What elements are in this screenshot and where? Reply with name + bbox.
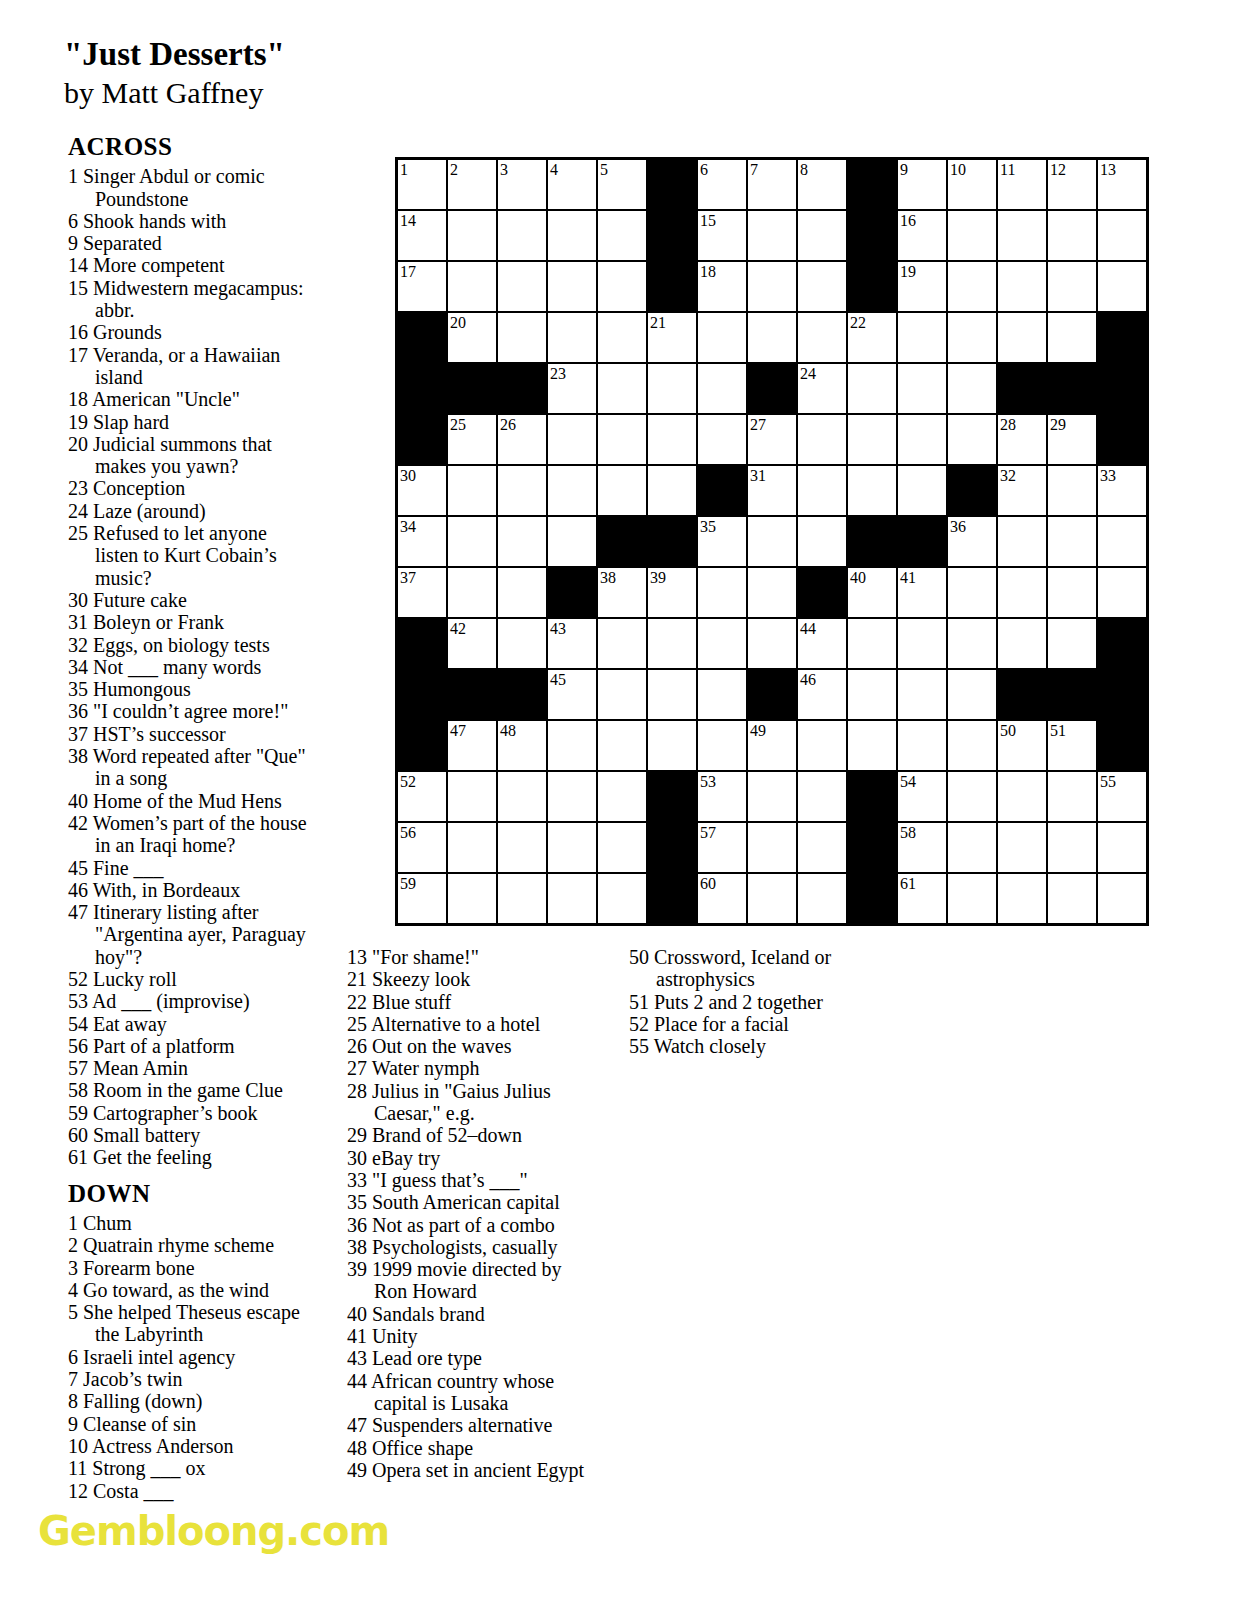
cell-number: 22 xyxy=(850,314,866,331)
clue-number: 58 xyxy=(68,1079,88,1101)
clue-text: Women’s part of the house in an Iraqi ho… xyxy=(93,812,307,856)
clue-40: 40 Sandals brand xyxy=(347,1303,589,1325)
white-cell-r14c11: 58 xyxy=(898,823,946,872)
clue-26: 26 Out on the waves xyxy=(347,1035,589,1057)
clue-text: Watch closely xyxy=(654,1035,766,1057)
cell-number: 48 xyxy=(500,722,516,739)
watermark: Gembloong.com xyxy=(38,1508,389,1554)
clue-number: 26 xyxy=(347,1035,367,1057)
cell-number: 42 xyxy=(450,620,466,637)
clue-number: 38 xyxy=(68,745,88,767)
white-cell-r6c3: 26 xyxy=(498,415,546,464)
black-cell-r15c10 xyxy=(848,874,896,923)
clue-text: Laze (around) xyxy=(93,500,206,522)
cell-number: 28 xyxy=(1000,416,1016,433)
clue-34: 34 Not ___ many words xyxy=(68,656,310,678)
white-cell-r6c6 xyxy=(648,415,696,464)
white-cell-r13c1: 52 xyxy=(398,772,446,821)
cell-number: 56 xyxy=(400,824,416,841)
white-cell-r3c4 xyxy=(548,262,596,311)
clue-12: 12 Costa ___ xyxy=(68,1480,310,1502)
white-cell-r13c3 xyxy=(498,772,546,821)
clue-text: She helped Theseus escape the Labyrinth xyxy=(83,1301,300,1345)
white-cell-r12c13: 50 xyxy=(998,721,1046,770)
white-cell-r2c5 xyxy=(598,211,646,260)
clue-58: 58 Room in the game Clue xyxy=(68,1079,310,1101)
clue-35: 35 South American capital xyxy=(347,1191,589,1213)
clue-number: 16 xyxy=(68,321,88,343)
clue-number: 14 xyxy=(68,254,88,276)
clue-37: 37 HST’s successor xyxy=(68,723,310,745)
white-cell-r10c2: 42 xyxy=(448,619,496,668)
white-cell-r9c13 xyxy=(998,568,1046,617)
white-cell-r1c8: 7 xyxy=(748,160,796,209)
black-cell-r13c6 xyxy=(648,772,696,821)
cell-number: 29 xyxy=(1050,416,1066,433)
white-cell-r5c9: 24 xyxy=(798,364,846,413)
clue-text: "For shame!" xyxy=(372,946,479,968)
clue-number: 47 xyxy=(68,901,88,923)
clue-number: 55 xyxy=(629,1035,649,1057)
clue-43: 43 Lead ore type xyxy=(347,1347,589,1369)
cell-number: 36 xyxy=(950,518,966,535)
black-cell-r15c6 xyxy=(648,874,696,923)
clue-number: 1 xyxy=(68,1212,78,1234)
black-cell-r8c10 xyxy=(848,517,896,566)
clue-4: 4 Go toward, as the wind xyxy=(68,1279,310,1301)
white-cell-r7c3 xyxy=(498,466,546,515)
cell-number: 52 xyxy=(400,773,416,790)
puzzle-title: "Just Desserts" xyxy=(64,36,285,73)
clue-number: 36 xyxy=(347,1214,367,1236)
clue-55: 55 Watch closely xyxy=(629,1035,881,1057)
clue-3: 3 Forearm bone xyxy=(68,1257,310,1279)
white-cell-r7c2 xyxy=(448,466,496,515)
clue-35: 35 Humongous xyxy=(68,678,310,700)
white-cell-r2c12 xyxy=(948,211,996,260)
clue-24: 24 Laze (around) xyxy=(68,500,310,522)
white-cell-r3c7: 18 xyxy=(698,262,746,311)
clue-text: Eat away xyxy=(93,1013,167,1035)
black-cell-r1c10 xyxy=(848,160,896,209)
clue-text: Shook hands with xyxy=(83,210,226,232)
clue-5: 5 She helped Theseus escape the Labyrint… xyxy=(68,1301,310,1346)
white-cell-r6c11 xyxy=(898,415,946,464)
white-cell-r2c2 xyxy=(448,211,496,260)
white-cell-r6c5 xyxy=(598,415,646,464)
clue-text: Forearm bone xyxy=(83,1257,195,1279)
clue-text: Future cake xyxy=(93,589,187,611)
cell-number: 2 xyxy=(450,161,458,178)
cell-number: 8 xyxy=(800,161,808,178)
black-cell-r13c10 xyxy=(848,772,896,821)
clue-text: Crossword, Iceland or astrophysics xyxy=(654,946,831,990)
cell-number: 54 xyxy=(900,773,916,790)
clue-29: 29 Brand of 52–down xyxy=(347,1124,589,1146)
white-cell-r4c5 xyxy=(598,313,646,362)
white-cell-r14c7: 57 xyxy=(698,823,746,872)
black-cell-r1c6 xyxy=(648,160,696,209)
black-cell-r11c2 xyxy=(448,670,496,719)
clue-27: 27 Water nymph xyxy=(347,1057,589,1079)
white-cell-r8c1: 34 xyxy=(398,517,446,566)
white-cell-r4c4 xyxy=(548,313,596,362)
white-cell-r11c11 xyxy=(898,670,946,719)
cell-number: 44 xyxy=(800,620,816,637)
black-cell-r9c9 xyxy=(798,568,846,617)
puzzle-page: "Just Desserts" by Matt Gaffney ACROSS 1… xyxy=(0,0,1236,1600)
white-cell-r2c9 xyxy=(798,211,846,260)
white-cell-r3c1: 17 xyxy=(398,262,446,311)
cell-number: 1 xyxy=(400,161,408,178)
clue-16: 16 Grounds xyxy=(68,321,310,343)
black-cell-r5c15 xyxy=(1098,364,1146,413)
clue-number: 35 xyxy=(347,1191,367,1213)
white-cell-r5c12 xyxy=(948,364,996,413)
clue-45: 45 Fine ___ xyxy=(68,857,310,879)
white-cell-r4c12 xyxy=(948,313,996,362)
clue-42: 42 Women’s part of the house in an Iraqi… xyxy=(68,812,310,857)
black-cell-r5c14 xyxy=(1048,364,1096,413)
clue-number: 17 xyxy=(68,344,88,366)
clue-14: 14 More competent xyxy=(68,254,310,276)
clue-number: 31 xyxy=(68,611,88,633)
white-cell-r8c13 xyxy=(998,517,1046,566)
white-cell-r10c3 xyxy=(498,619,546,668)
white-cell-r4c7 xyxy=(698,313,746,362)
black-cell-r14c6 xyxy=(648,823,696,872)
clue-text: Judicial summons that makes you yawn? xyxy=(93,433,272,477)
clue-text: Water nymph xyxy=(372,1057,480,1079)
clue-number: 47 xyxy=(347,1414,367,1436)
clue-53: 53 Ad ___ (improvise) xyxy=(68,990,310,1012)
white-cell-r11c5 xyxy=(598,670,646,719)
clue-48: 48 Office shape xyxy=(347,1437,589,1459)
clue-7: 7 Jacob’s twin xyxy=(68,1368,310,1390)
white-cell-r11c7 xyxy=(698,670,746,719)
black-cell-r10c1 xyxy=(398,619,446,668)
clue-1: 1 Chum xyxy=(68,1212,310,1234)
clue-text: eBay try xyxy=(372,1147,440,1169)
clue-number: 35 xyxy=(68,678,88,700)
clue-text: Office shape xyxy=(372,1437,473,1459)
clue-50: 50 Crossword, Iceland or astrophysics xyxy=(629,946,881,991)
cell-number: 17 xyxy=(400,263,416,280)
clue-text: Israeli intel agency xyxy=(83,1346,235,1368)
white-cell-r10c12 xyxy=(948,619,996,668)
white-cell-r15c11: 61 xyxy=(898,874,946,923)
cell-number: 34 xyxy=(400,518,416,535)
clue-number: 43 xyxy=(347,1347,367,1369)
white-cell-r7c1: 30 xyxy=(398,466,446,515)
white-cell-r6c4 xyxy=(548,415,596,464)
cell-number: 5 xyxy=(600,161,608,178)
clue-text: Word repeated after "Que" in a song xyxy=(93,745,306,789)
white-cell-r2c3 xyxy=(498,211,546,260)
clue-text: American "Uncle" xyxy=(92,388,240,410)
clue-number: 60 xyxy=(68,1124,88,1146)
white-cell-r8c2 xyxy=(448,517,496,566)
white-cell-r15c3 xyxy=(498,874,546,923)
white-cell-r4c2: 20 xyxy=(448,313,496,362)
clue-59: 59 Cartographer’s book xyxy=(68,1102,310,1124)
white-cell-r15c5 xyxy=(598,874,646,923)
white-cell-r2c7: 15 xyxy=(698,211,746,260)
clue-text: Not ___ many words xyxy=(93,656,261,678)
white-cell-r12c4 xyxy=(548,721,596,770)
clue-number: 30 xyxy=(68,589,88,611)
clue-number: 18 xyxy=(68,388,88,410)
white-cell-r13c15: 55 xyxy=(1098,772,1146,821)
black-cell-r8c5 xyxy=(598,517,646,566)
clue-number: 4 xyxy=(68,1279,78,1301)
clue-number: 11 xyxy=(68,1457,87,1479)
white-cell-r11c6 xyxy=(648,670,696,719)
clue-column-left: ACROSS 1 Singer Abdul or comic Poundston… xyxy=(68,136,310,1502)
cell-number: 7 xyxy=(750,161,758,178)
cell-number: 53 xyxy=(700,773,716,790)
white-cell-r14c3 xyxy=(498,823,546,872)
white-cell-r3c13 xyxy=(998,262,1046,311)
clue-31: 31 Boleyn or Frank xyxy=(68,611,310,633)
clue-text: Separated xyxy=(83,232,162,254)
clue-6: 6 Shook hands with xyxy=(68,210,310,232)
white-cell-r10c5 xyxy=(598,619,646,668)
white-cell-r12c5 xyxy=(598,721,646,770)
clue-6: 6 Israeli intel agency xyxy=(68,1346,310,1368)
white-cell-r13c13 xyxy=(998,772,1046,821)
clue-13: 13 "For shame!" xyxy=(347,946,589,968)
clue-number: 52 xyxy=(629,1013,649,1035)
clue-47: 47 Itinerary listing after "Argentina ay… xyxy=(68,901,310,968)
cell-number: 23 xyxy=(550,365,566,382)
clue-number: 6 xyxy=(68,1346,78,1368)
clue-text: Julius in "Gaius Julius Caesar," e.g. xyxy=(372,1080,551,1124)
white-cell-r7c8: 31 xyxy=(748,466,796,515)
cell-number: 37 xyxy=(400,569,416,586)
white-cell-r10c7 xyxy=(698,619,746,668)
white-cell-r14c2 xyxy=(448,823,496,872)
black-cell-r11c15 xyxy=(1098,670,1146,719)
white-cell-r2c11: 16 xyxy=(898,211,946,260)
clue-22: 22 Blue stuff xyxy=(347,991,589,1013)
white-cell-r13c4 xyxy=(548,772,596,821)
clue-number: 53 xyxy=(68,990,88,1012)
clue-text: Puts 2 and 2 together xyxy=(654,991,823,1013)
clue-text: Boleyn or Frank xyxy=(93,611,224,633)
cell-number: 39 xyxy=(650,569,666,586)
clue-number: 54 xyxy=(68,1013,88,1035)
white-cell-r12c7 xyxy=(698,721,746,770)
clue-number: 33 xyxy=(347,1169,367,1191)
clue-number: 3 xyxy=(68,1257,78,1279)
cell-number: 43 xyxy=(550,620,566,637)
clue-number: 22 xyxy=(347,991,367,1013)
down-header: DOWN xyxy=(68,1183,310,1205)
white-cell-r11c9: 46 xyxy=(798,670,846,719)
white-cell-r4c13 xyxy=(998,313,1046,362)
clue-text: Not as part of a combo xyxy=(372,1214,555,1236)
white-cell-r1c9: 8 xyxy=(798,160,846,209)
white-cell-r13c14 xyxy=(1048,772,1096,821)
white-cell-r4c9 xyxy=(798,313,846,362)
cell-number: 50 xyxy=(1000,722,1016,739)
clue-text: Quatrain rhyme scheme xyxy=(83,1234,274,1256)
white-cell-r14c9 xyxy=(798,823,846,872)
white-cell-r2c1: 14 xyxy=(398,211,446,260)
clue-text: Humongous xyxy=(93,678,191,700)
clue-text: Suspenders alternative xyxy=(372,1414,553,1436)
cell-number: 27 xyxy=(750,416,766,433)
clue-text: Fine ___ xyxy=(93,857,164,879)
down-clue-list-2: 13 "For shame!"21 Skeezy look22 Blue stu… xyxy=(347,946,589,1481)
clue-text: With, in Bordeaux xyxy=(93,879,241,901)
clue-text: Home of the Mud Hens xyxy=(93,790,282,812)
white-cell-r4c3 xyxy=(498,313,546,362)
clue-44: 44 African country whose capital is Lusa… xyxy=(347,1370,589,1415)
cell-number: 30 xyxy=(400,467,416,484)
clue-52: 52 Lucky roll xyxy=(68,968,310,990)
clue-text: Cartographer’s book xyxy=(93,1102,258,1124)
clue-36: 36 "I couldn’t agree more!" xyxy=(68,700,310,722)
clue-text: Out on the waves xyxy=(372,1035,511,1057)
clue-text: "I guess that’s ___" xyxy=(372,1169,528,1191)
clue-9: 9 Cleanse of sin xyxy=(68,1413,310,1435)
black-cell-r11c8 xyxy=(748,670,796,719)
white-cell-r7c10 xyxy=(848,466,896,515)
white-cell-r5c4: 23 xyxy=(548,364,596,413)
white-cell-r1c12: 10 xyxy=(948,160,996,209)
cell-number: 61 xyxy=(900,875,916,892)
cell-number: 49 xyxy=(750,722,766,739)
clue-text: Opera set in ancient Egypt xyxy=(372,1459,584,1481)
clue-40: 40 Home of the Mud Hens xyxy=(68,790,310,812)
cell-number: 45 xyxy=(550,671,566,688)
clue-28: 28 Julius in "Gaius Julius Caesar," e.g. xyxy=(347,1080,589,1125)
cell-number: 19 xyxy=(900,263,916,280)
black-cell-r6c1 xyxy=(398,415,446,464)
clue-number: 6 xyxy=(68,210,78,232)
white-cell-r1c11: 9 xyxy=(898,160,946,209)
white-cell-r15c14 xyxy=(1048,874,1096,923)
white-cell-r13c7: 53 xyxy=(698,772,746,821)
white-cell-r5c10 xyxy=(848,364,896,413)
clue-number: 34 xyxy=(68,656,88,678)
clue-number: 37 xyxy=(68,723,88,745)
clue-9: 9 Separated xyxy=(68,232,310,254)
white-cell-r5c11 xyxy=(898,364,946,413)
clue-15: 15 Midwestern megacampus: abbr. xyxy=(68,277,310,322)
crossword-grid: 1234567891011121314151617181920212223242… xyxy=(395,157,1149,926)
clue-number: 7 xyxy=(68,1368,78,1390)
down-clue-list-1: 1 Chum2 Quatrain rhyme scheme3 Forearm b… xyxy=(68,1212,310,1502)
clue-number: 28 xyxy=(347,1080,367,1102)
white-cell-r3c11: 19 xyxy=(898,262,946,311)
white-cell-r7c15: 33 xyxy=(1098,466,1146,515)
cell-number: 51 xyxy=(1050,722,1066,739)
white-cell-r3c5 xyxy=(598,262,646,311)
clue-number: 21 xyxy=(347,968,367,990)
white-cell-r12c3: 48 xyxy=(498,721,546,770)
clue-text: Blue stuff xyxy=(372,991,451,1013)
black-cell-r3c10 xyxy=(848,262,896,311)
clue-text: Lead ore type xyxy=(372,1347,482,1369)
white-cell-r10c8 xyxy=(748,619,796,668)
white-cell-r10c4: 43 xyxy=(548,619,596,668)
white-cell-r12c8: 49 xyxy=(748,721,796,770)
white-cell-r9c2 xyxy=(448,568,496,617)
clue-text: Get the feeling xyxy=(93,1146,212,1168)
clue-text: Go toward, as the wind xyxy=(83,1279,269,1301)
white-cell-r9c8 xyxy=(748,568,796,617)
clue-text: Part of a platform xyxy=(93,1035,235,1057)
white-cell-r10c10 xyxy=(848,619,896,668)
clue-61: 61 Get the feeling xyxy=(68,1146,310,1168)
white-cell-r13c12 xyxy=(948,772,996,821)
clue-number: 59 xyxy=(68,1102,88,1124)
cell-number: 46 xyxy=(800,671,816,688)
across-header: ACROSS xyxy=(68,136,310,158)
black-cell-r9c4 xyxy=(548,568,596,617)
clue-57: 57 Mean Amin xyxy=(68,1057,310,1079)
clue-17: 17 Veranda, or a Hawaiian island xyxy=(68,344,310,389)
clue-39: 39 1999 movie directed by Ron Howard xyxy=(347,1258,589,1303)
clue-number: 38 xyxy=(347,1236,367,1258)
white-cell-r4c8 xyxy=(748,313,796,362)
black-cell-r5c13 xyxy=(998,364,1046,413)
clue-text: Jacob’s twin xyxy=(83,1368,182,1390)
white-cell-r13c5 xyxy=(598,772,646,821)
clue-text: Psychologists, casually xyxy=(372,1236,558,1258)
white-cell-r7c4 xyxy=(548,466,596,515)
black-cell-r14c10 xyxy=(848,823,896,872)
clue-47: 47 Suspenders alternative xyxy=(347,1414,589,1436)
white-cell-r12c10 xyxy=(848,721,896,770)
white-cell-r3c14 xyxy=(1048,262,1096,311)
white-cell-r15c15 xyxy=(1098,874,1146,923)
white-cell-r6c9 xyxy=(798,415,846,464)
white-cell-r10c9: 44 xyxy=(798,619,846,668)
black-cell-r12c15 xyxy=(1098,721,1146,770)
white-cell-r9c10: 40 xyxy=(848,568,896,617)
clue-38: 38 Psychologists, casually xyxy=(347,1236,589,1258)
white-cell-r12c9 xyxy=(798,721,846,770)
cell-number: 20 xyxy=(450,314,466,331)
white-cell-r10c6 xyxy=(648,619,696,668)
clue-number: 40 xyxy=(347,1303,367,1325)
across-clue-list: 1 Singer Abdul or comic Poundstone6 Shoo… xyxy=(68,165,310,1168)
black-cell-r4c1 xyxy=(398,313,446,362)
clue-number: 51 xyxy=(629,991,649,1013)
white-cell-r14c1: 56 xyxy=(398,823,446,872)
clue-text: Conception xyxy=(93,477,185,499)
white-cell-r1c14: 12 xyxy=(1048,160,1096,209)
clue-number: 9 xyxy=(68,232,78,254)
cell-number: 21 xyxy=(650,314,666,331)
clue-number: 27 xyxy=(347,1057,367,1079)
white-cell-r2c14 xyxy=(1048,211,1096,260)
clue-number: 30 xyxy=(347,1147,367,1169)
clue-text: Brand of 52–down xyxy=(372,1124,522,1146)
cell-number: 33 xyxy=(1100,467,1116,484)
white-cell-r8c12: 36 xyxy=(948,517,996,566)
clue-text: Lucky roll xyxy=(93,968,177,990)
white-cell-r7c14 xyxy=(1048,466,1096,515)
white-cell-r4c14 xyxy=(1048,313,1096,362)
cell-number: 12 xyxy=(1050,161,1066,178)
white-cell-r15c12 xyxy=(948,874,996,923)
white-cell-r13c11: 54 xyxy=(898,772,946,821)
